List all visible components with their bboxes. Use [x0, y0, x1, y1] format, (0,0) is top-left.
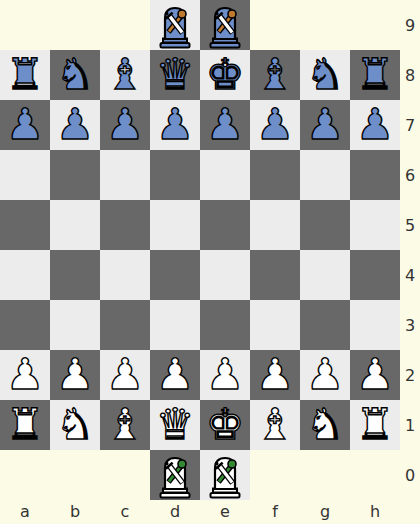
- black-pawn-piece[interactable]: ♟: [356, 99, 395, 149]
- square-e5[interactable]: [200, 200, 250, 250]
- white-knight-piece[interactable]: ♞: [56, 399, 95, 449]
- rank-label-3: 3: [400, 300, 420, 350]
- square-d0[interactable]: [150, 450, 200, 500]
- file-label-f: f: [250, 500, 300, 524]
- black-bishop-piece[interactable]: ♝: [256, 49, 295, 99]
- square-e6[interactable]: [200, 150, 250, 200]
- square-c3[interactable]: [100, 300, 150, 350]
- black-knight-piece[interactable]: ♞: [56, 49, 95, 99]
- rank-label-7: 7: [400, 100, 420, 150]
- offboard-g9: [300, 0, 350, 50]
- square-c4[interactable]: [100, 250, 150, 300]
- square-a2[interactable]: ♟: [0, 350, 50, 400]
- square-d3[interactable]: [150, 300, 200, 350]
- square-b3[interactable]: [50, 300, 100, 350]
- square-f4[interactable]: [250, 250, 300, 300]
- square-f1[interactable]: ♝: [250, 400, 300, 450]
- offboard-h9: [350, 0, 400, 50]
- black-king-piece[interactable]: ♚: [206, 49, 245, 99]
- black-rook-piece[interactable]: ♜: [356, 49, 395, 99]
- rank-label-4: 4: [400, 250, 420, 300]
- square-g3[interactable]: [300, 300, 350, 350]
- square-g2[interactable]: ♟: [300, 350, 350, 400]
- square-d1[interactable]: ♛: [150, 400, 200, 450]
- square-d8[interactable]: ♛: [150, 50, 200, 100]
- square-g4[interactable]: [300, 250, 350, 300]
- square-g5[interactable]: [300, 200, 350, 250]
- game-board: 9♜♞♝♛♚♝♞♜8♟♟♟♟♟♟♟♟76543♟♟♟♟♟♟♟♟2♜♞♝♛♚♝♞♜…: [0, 0, 420, 524]
- square-e8[interactable]: ♚: [200, 50, 250, 100]
- square-e4[interactable]: [200, 250, 250, 300]
- square-f2[interactable]: ♟: [250, 350, 300, 400]
- rank-label-6: 6: [400, 150, 420, 200]
- square-f5[interactable]: [250, 200, 300, 250]
- square-d7[interactable]: ♟: [150, 100, 200, 150]
- black-pawn-piece[interactable]: ♟: [6, 99, 45, 149]
- square-h8[interactable]: ♜: [350, 50, 400, 100]
- square-h7[interactable]: ♟: [350, 100, 400, 150]
- black-pawn-piece[interactable]: ♟: [56, 99, 95, 149]
- square-f7[interactable]: ♟: [250, 100, 300, 150]
- white-king-piece[interactable]: ♚: [206, 399, 245, 449]
- square-g6[interactable]: [300, 150, 350, 200]
- white-knight-piece[interactable]: ♞: [306, 399, 345, 449]
- square-e9[interactable]: [200, 0, 250, 50]
- black-pawn-piece[interactable]: ♟: [106, 99, 145, 149]
- square-e2[interactable]: ♟: [200, 350, 250, 400]
- black-pawn-piece[interactable]: ♟: [206, 99, 245, 149]
- square-b2[interactable]: ♟: [50, 350, 100, 400]
- square-e0[interactable]: [200, 450, 250, 500]
- white-queen-piece[interactable]: ♛: [156, 399, 195, 449]
- rank-label-5: 5: [400, 200, 420, 250]
- square-d9[interactable]: [150, 0, 200, 50]
- offboard-g0: [300, 450, 350, 500]
- square-b5[interactable]: [50, 200, 100, 250]
- square-a3[interactable]: [0, 300, 50, 350]
- rank-label-8: 8: [400, 50, 420, 100]
- white-bishop-piece[interactable]: ♝: [106, 399, 145, 449]
- white-guard-icon: [155, 452, 195, 499]
- file-label-c: c: [100, 500, 150, 524]
- black-queen-piece[interactable]: ♛: [156, 49, 195, 99]
- offboard-b9: [50, 0, 100, 50]
- square-c5[interactable]: [100, 200, 150, 250]
- offboard-h0: [350, 450, 400, 500]
- white-bishop-piece[interactable]: ♝: [256, 399, 295, 449]
- white-pawn-piece[interactable]: ♟: [106, 349, 145, 399]
- white-pawn-piece[interactable]: ♟: [6, 349, 45, 399]
- file-label-g: g: [300, 500, 350, 524]
- square-d4[interactable]: [150, 250, 200, 300]
- square-g8[interactable]: ♞: [300, 50, 350, 100]
- file-label-e: e: [200, 500, 250, 524]
- square-a4[interactable]: [0, 250, 50, 300]
- square-f8[interactable]: ♝: [250, 50, 300, 100]
- black-knight-piece[interactable]: ♞: [306, 49, 345, 99]
- white-pawn-piece[interactable]: ♟: [156, 349, 195, 399]
- black-guard-icon: [155, 2, 195, 49]
- white-pawn-piece[interactable]: ♟: [306, 349, 345, 399]
- square-f6[interactable]: [250, 150, 300, 200]
- square-g7[interactable]: ♟: [300, 100, 350, 150]
- square-b8[interactable]: ♞: [50, 50, 100, 100]
- black-rook-piece[interactable]: ♜: [6, 49, 45, 99]
- square-h2[interactable]: ♟: [350, 350, 400, 400]
- square-e1[interactable]: ♚: [200, 400, 250, 450]
- square-h3[interactable]: [350, 300, 400, 350]
- offboard-f9: [250, 0, 300, 50]
- square-d2[interactable]: ♟: [150, 350, 200, 400]
- file-label-a: a: [0, 500, 50, 524]
- square-c6[interactable]: [100, 150, 150, 200]
- square-a6[interactable]: [0, 150, 50, 200]
- square-a8[interactable]: ♜: [0, 50, 50, 100]
- square-b7[interactable]: ♟: [50, 100, 100, 150]
- corner-spacer: [400, 500, 420, 524]
- square-f3[interactable]: [250, 300, 300, 350]
- square-e7[interactable]: ♟: [200, 100, 250, 150]
- square-d5[interactable]: [150, 200, 200, 250]
- white-pawn-piece[interactable]: ♟: [56, 349, 95, 399]
- black-pawn-piece[interactable]: ♟: [156, 99, 195, 149]
- black-pawn-piece[interactable]: ♟: [256, 99, 295, 149]
- white-guard-icon: [205, 452, 245, 499]
- square-h6[interactable]: [350, 150, 400, 200]
- square-h1[interactable]: ♜: [350, 400, 400, 450]
- black-guard-icon: [205, 2, 245, 49]
- file-label-b: b: [50, 500, 100, 524]
- file-label-h: h: [350, 500, 400, 524]
- square-c2[interactable]: ♟: [100, 350, 150, 400]
- square-e3[interactable]: [200, 300, 250, 350]
- square-b4[interactable]: [50, 250, 100, 300]
- rank-label-9: 9: [400, 0, 420, 50]
- offboard-b0: [50, 450, 100, 500]
- square-c7[interactable]: ♟: [100, 100, 150, 150]
- white-rook-piece[interactable]: ♜: [6, 399, 45, 449]
- offboard-c9: [100, 0, 150, 50]
- black-pawn-piece[interactable]: ♟: [306, 99, 345, 149]
- offboard-c0: [100, 450, 150, 500]
- rank-label-2: 2: [400, 350, 420, 400]
- square-h4[interactable]: [350, 250, 400, 300]
- file-label-d: d: [150, 500, 200, 524]
- white-pawn-piece[interactable]: ♟: [206, 349, 245, 399]
- square-b1[interactable]: ♞: [50, 400, 100, 450]
- offboard-f0: [250, 450, 300, 500]
- offboard-a9: [0, 0, 50, 50]
- square-c1[interactable]: ♝: [100, 400, 150, 450]
- square-d6[interactable]: [150, 150, 200, 200]
- square-h5[interactable]: [350, 200, 400, 250]
- square-c8[interactable]: ♝: [100, 50, 150, 100]
- square-a1[interactable]: ♜: [0, 400, 50, 450]
- offboard-a0: [0, 450, 50, 500]
- square-g1[interactable]: ♞: [300, 400, 350, 450]
- black-bishop-piece[interactable]: ♝: [106, 49, 145, 99]
- square-b6[interactable]: [50, 150, 100, 200]
- square-a7[interactable]: ♟: [0, 100, 50, 150]
- rank-label-1: 1: [400, 400, 420, 450]
- white-rook-piece[interactable]: ♜: [356, 399, 395, 449]
- white-pawn-piece[interactable]: ♟: [356, 349, 395, 399]
- white-pawn-piece[interactable]: ♟: [256, 349, 295, 399]
- square-a5[interactable]: [0, 200, 50, 250]
- rank-label-0: 0: [400, 450, 420, 500]
